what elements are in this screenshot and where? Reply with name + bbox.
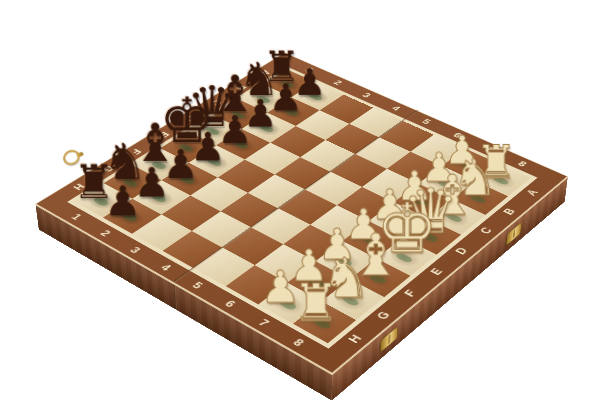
board-grid: ♜♟♟♜♞♟♟♞♝♟♟♝♛♟♟♛♚♟♟♚♝♟♟♝♞♟♟♞♜♟♟♜ — [74, 70, 531, 344]
chess-board: ♜♟♟♜♞♟♟♞♝♟♟♝♛♟♟♛♚♟♟♚♝♟♟♝♞♟♟♞♜♟♟♜ 1234567… — [35, 53, 568, 374]
fold-seam-side — [173, 284, 177, 310]
piece-dark-pawn-h2[interactable]: ♟ — [102, 180, 144, 221]
scene: ♜♟♟♜♞♟♟♞♝♟♟♝♛♟♟♛♚♟♟♚♝♟♟♝♞♟♟♞♜♟♟♜ 1234567… — [0, 0, 600, 405]
piece-light-rook-h8[interactable]: ♜ — [292, 276, 338, 328]
product-photo-stage: ♜♟♟♜♞♟♟♞♝♟♟♝♛♟♟♛♚♟♟♚♝♟♟♝♞♟♟♞♜♟♟♜ 1234567… — [0, 0, 600, 405]
